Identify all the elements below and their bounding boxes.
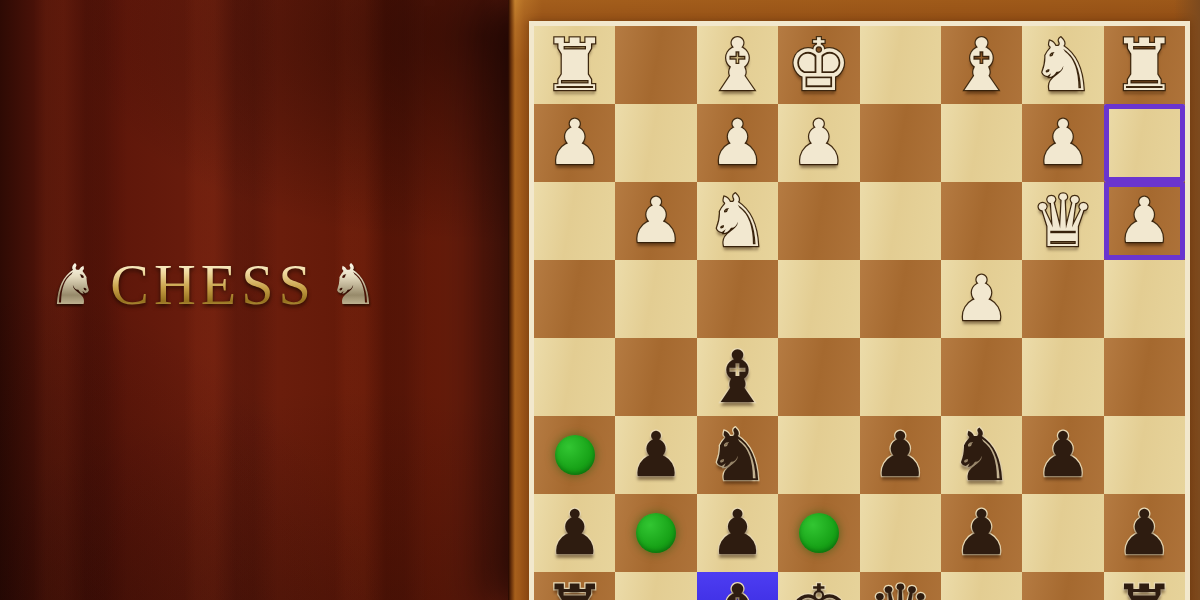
piece-wP: ♟ (547, 104, 603, 182)
square-a3[interactable]: ♟ (1104, 182, 1185, 260)
square-h7[interactable]: ♟ (534, 494, 615, 572)
square-c6[interactable]: ♞ (941, 416, 1022, 494)
square-d2[interactable] (860, 104, 941, 182)
piece-bR: ♜ (542, 572, 607, 600)
square-c2[interactable] (941, 104, 1022, 182)
square-e7[interactable] (778, 494, 859, 572)
square-e8[interactable]: ♚ (778, 572, 859, 600)
piece-bN: ♞ (705, 416, 770, 494)
piece-wP: ♟ (791, 104, 847, 182)
square-a7[interactable]: ♟ (1104, 494, 1185, 572)
piece-bB: ♝ (705, 338, 770, 416)
square-h6[interactable] (534, 416, 615, 494)
piece-bQ: ♛ (868, 572, 933, 600)
piece-wR: ♜ (1112, 26, 1177, 104)
square-f6[interactable]: ♞ (697, 416, 778, 494)
square-c8[interactable] (941, 572, 1022, 600)
square-d5[interactable] (860, 338, 941, 416)
piece-wP: ♟ (1117, 182, 1173, 260)
piece-bP: ♟ (1035, 416, 1091, 494)
square-e1[interactable]: ♚ (778, 26, 859, 104)
square-f7[interactable]: ♟ (697, 494, 778, 572)
square-g5[interactable] (615, 338, 696, 416)
piece-bP: ♟ (872, 416, 928, 494)
legal-move-dot (636, 513, 676, 553)
square-g3[interactable]: ♟ (615, 182, 696, 260)
square-d7[interactable] (860, 494, 941, 572)
knight-icon: ♞ (328, 257, 378, 313)
square-g2[interactable] (615, 104, 696, 182)
square-g6[interactable]: ♟ (615, 416, 696, 494)
square-h5[interactable] (534, 338, 615, 416)
square-h8[interactable]: ♜ (534, 572, 615, 600)
square-f4[interactable] (697, 260, 778, 338)
square-h2[interactable]: ♟ (534, 104, 615, 182)
square-g4[interactable] (615, 260, 696, 338)
piece-wR: ♜ (542, 26, 607, 104)
square-e4[interactable] (778, 260, 859, 338)
chess-logo: ♞ CHESS ♞ (58, 256, 368, 314)
square-c1[interactable]: ♝ (941, 26, 1022, 104)
piece-bP: ♟ (954, 494, 1010, 572)
square-e2[interactable]: ♟ (778, 104, 859, 182)
square-h3[interactable] (534, 182, 615, 260)
square-f3[interactable]: ♞ (697, 182, 778, 260)
legal-move-dot (555, 435, 595, 475)
logo-title: CHESS (110, 256, 316, 314)
square-e3[interactable] (778, 182, 859, 260)
square-b4[interactable] (1022, 260, 1103, 338)
square-d4[interactable] (860, 260, 941, 338)
piece-bP: ♟ (710, 494, 766, 572)
square-b5[interactable] (1022, 338, 1103, 416)
piece-wN: ♞ (705, 182, 770, 260)
square-e6[interactable] (778, 416, 859, 494)
square-d1[interactable] (860, 26, 941, 104)
square-b8[interactable] (1022, 572, 1103, 600)
square-b7[interactable] (1022, 494, 1103, 572)
square-g1[interactable] (615, 26, 696, 104)
square-d3[interactable] (860, 182, 941, 260)
piece-bB: ♝ (705, 572, 770, 600)
square-c4[interactable]: ♟ (941, 260, 1022, 338)
legal-move-dot (799, 513, 839, 553)
square-g7[interactable] (615, 494, 696, 572)
piece-bK: ♚ (787, 572, 852, 600)
square-b3[interactable]: ♛ (1022, 182, 1103, 260)
square-a4[interactable] (1104, 260, 1185, 338)
chess-board: ♜♝♚♝♞♜♟♟♟♟♟♞♛♟♟♝♟♞♟♞♟♟♟♟♟♜♝♚♛♜ (534, 26, 1185, 600)
square-a1[interactable]: ♜ (1104, 26, 1185, 104)
square-b1[interactable]: ♞ (1022, 26, 1103, 104)
piece-wB: ♝ (705, 26, 770, 104)
square-f8[interactable]: ♝ (697, 572, 778, 600)
piece-wP: ♟ (710, 104, 766, 182)
piece-bP: ♟ (1117, 494, 1173, 572)
square-g8[interactable] (615, 572, 696, 600)
square-d8[interactable]: ♛ (860, 572, 941, 600)
knight-icon: ♞ (48, 257, 98, 313)
square-b6[interactable]: ♟ (1022, 416, 1103, 494)
piece-wB: ♝ (949, 26, 1014, 104)
square-d6[interactable]: ♟ (860, 416, 941, 494)
square-h1[interactable]: ♜ (534, 26, 615, 104)
app-background: ♞ CHESS ♞ ♜♝♚♝♞♜♟♟♟♟♟♞♛♟♟♝♟♞♟♞♟♟♟♟♟♜♝♚♛♜ (0, 0, 1200, 600)
square-b2[interactable]: ♟ (1022, 104, 1103, 182)
square-a2[interactable] (1104, 104, 1185, 182)
piece-bP: ♟ (628, 416, 684, 494)
square-f5[interactable]: ♝ (697, 338, 778, 416)
piece-wN: ♞ (1031, 26, 1096, 104)
piece-wK: ♚ (787, 26, 852, 104)
board-border: ♜♝♚♝♞♜♟♟♟♟♟♞♛♟♟♝♟♞♟♞♟♟♟♟♟♜♝♚♛♜ (529, 21, 1190, 600)
square-f2[interactable]: ♟ (697, 104, 778, 182)
square-c5[interactable] (941, 338, 1022, 416)
piece-bP: ♟ (547, 494, 603, 572)
piece-wP: ♟ (1035, 104, 1091, 182)
piece-wP: ♟ (954, 260, 1010, 338)
square-f1[interactable]: ♝ (697, 26, 778, 104)
piece-wP: ♟ (628, 182, 684, 260)
square-a6[interactable] (1104, 416, 1185, 494)
square-h4[interactable] (534, 260, 615, 338)
square-c3[interactable] (941, 182, 1022, 260)
piece-bN: ♞ (949, 416, 1014, 494)
square-a8[interactable]: ♜ (1104, 572, 1185, 600)
square-a5[interactable] (1104, 338, 1185, 416)
square-c7[interactable]: ♟ (941, 494, 1022, 572)
piece-bR: ♜ (1112, 572, 1177, 600)
square-e5[interactable] (778, 338, 859, 416)
piece-wQ: ♛ (1031, 182, 1096, 260)
